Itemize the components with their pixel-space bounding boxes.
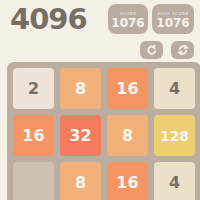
tile-8: 8 [60, 68, 101, 109]
tile-32: 32 [60, 115, 101, 156]
board[interactable]: 28164163281288164 [7, 62, 200, 200]
tile-16: 16 [13, 115, 54, 156]
restart-button[interactable] [171, 41, 194, 59]
board-grid: 28164163281288164 [13, 68, 195, 200]
tile-16: 16 [107, 162, 148, 200]
tile-8: 8 [107, 115, 148, 156]
game-screen: 4096 SCORE 1076 HIGH SCORE 1076 28164163… [0, 0, 200, 200]
high-score-value: 1076 [156, 16, 189, 30]
tile-4: 4 [154, 162, 195, 200]
score-value: 1076 [111, 16, 144, 30]
refresh-icon [177, 44, 189, 56]
empty-cell [13, 162, 54, 200]
tile-8: 8 [60, 162, 101, 200]
tile-128: 128 [154, 115, 195, 156]
undo-button[interactable] [140, 41, 163, 59]
score-box: SCORE 1076 [108, 4, 148, 34]
high-score-box: HIGH SCORE 1076 [152, 4, 194, 34]
tile-2: 2 [13, 68, 54, 109]
tile-4: 4 [154, 68, 195, 109]
page-title: 4096 [10, 2, 87, 36]
undo-icon [146, 44, 158, 56]
tile-16: 16 [107, 68, 148, 109]
